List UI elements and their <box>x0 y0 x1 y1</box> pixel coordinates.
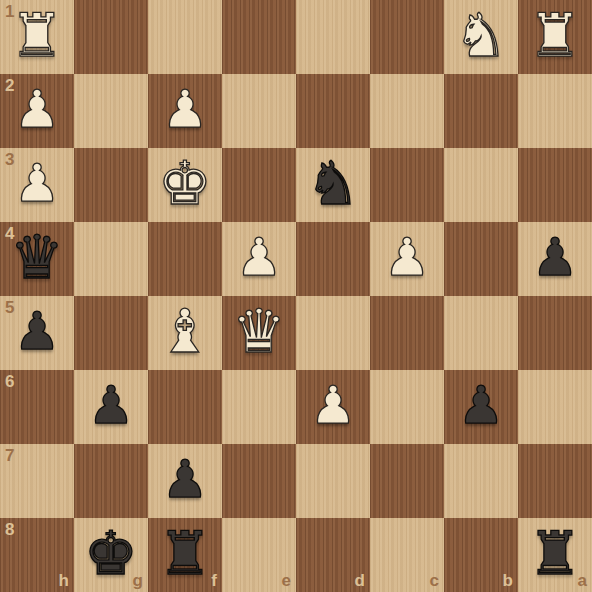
square-d4[interactable] <box>296 222 370 296</box>
square-h3[interactable]: 3♟ <box>0 148 74 222</box>
square-f6[interactable] <box>148 370 222 444</box>
square-a6[interactable] <box>518 370 592 444</box>
square-a3[interactable] <box>518 148 592 222</box>
square-b6[interactable]: ♟ <box>444 370 518 444</box>
square-d6[interactable]: ♟ <box>296 370 370 444</box>
square-h4[interactable]: 4♛ <box>0 222 74 296</box>
black-king-piece[interactable]: ♚ <box>74 518 148 592</box>
file-label-b: b <box>503 571 513 591</box>
square-f4[interactable] <box>148 222 222 296</box>
square-f8[interactable]: f♜ <box>148 518 222 592</box>
square-d1[interactable] <box>296 0 370 74</box>
square-a7[interactable] <box>518 444 592 518</box>
black-rook-piece[interactable]: ♜ <box>148 518 222 592</box>
square-f1[interactable] <box>148 0 222 74</box>
black-rook-piece[interactable]: ♜ <box>518 518 592 592</box>
square-g8[interactable]: g♚ <box>74 518 148 592</box>
square-f5[interactable]: ♝ <box>148 296 222 370</box>
black-pawn-piece[interactable]: ♟ <box>74 370 148 444</box>
white-pawn-piece[interactable]: ♟ <box>222 222 296 296</box>
white-bishop-piece[interactable]: ♝ <box>148 296 222 370</box>
square-b8[interactable]: b <box>444 518 518 592</box>
square-c4[interactable]: ♟ <box>370 222 444 296</box>
square-e1[interactable] <box>222 0 296 74</box>
square-e7[interactable] <box>222 444 296 518</box>
square-b3[interactable] <box>444 148 518 222</box>
square-f3[interactable]: ♚ <box>148 148 222 222</box>
square-e3[interactable] <box>222 148 296 222</box>
square-g1[interactable] <box>74 0 148 74</box>
square-c3[interactable] <box>370 148 444 222</box>
square-d2[interactable] <box>296 74 370 148</box>
square-a1[interactable]: ♜ <box>518 0 592 74</box>
black-pawn-piece[interactable]: ♟ <box>518 222 592 296</box>
square-b5[interactable] <box>444 296 518 370</box>
square-g3[interactable] <box>74 148 148 222</box>
square-a5[interactable] <box>518 296 592 370</box>
square-f7[interactable]: ♟ <box>148 444 222 518</box>
rank-label-8: 8 <box>5 520 14 540</box>
white-king-piece[interactable]: ♚ <box>148 148 222 222</box>
square-g6[interactable]: ♟ <box>74 370 148 444</box>
square-b2[interactable] <box>444 74 518 148</box>
square-h2[interactable]: 2♟ <box>0 74 74 148</box>
square-a2[interactable] <box>518 74 592 148</box>
black-queen-piece[interactable]: ♛ <box>0 222 74 296</box>
square-e2[interactable] <box>222 74 296 148</box>
square-c8[interactable]: c <box>370 518 444 592</box>
square-e8[interactable]: e <box>222 518 296 592</box>
square-f2[interactable]: ♟ <box>148 74 222 148</box>
square-e6[interactable] <box>222 370 296 444</box>
rank-label-6: 6 <box>5 372 14 392</box>
square-c5[interactable] <box>370 296 444 370</box>
square-h7[interactable]: 7 <box>0 444 74 518</box>
chess-board: 1♜♞♜2♟♟3♟♚♞4♛♟♟♟5♟♝♛6♟♟♟7♟8hg♚f♜edcba♜ <box>0 0 592 592</box>
square-d8[interactable]: d <box>296 518 370 592</box>
square-h8[interactable]: 8h <box>0 518 74 592</box>
square-e4[interactable]: ♟ <box>222 222 296 296</box>
white-rook-piece[interactable]: ♜ <box>518 0 592 74</box>
square-a8[interactable]: a♜ <box>518 518 592 592</box>
square-a4[interactable]: ♟ <box>518 222 592 296</box>
square-g7[interactable] <box>74 444 148 518</box>
white-pawn-piece[interactable]: ♟ <box>148 74 222 148</box>
file-label-e: e <box>282 571 291 591</box>
square-h6[interactable]: 6 <box>0 370 74 444</box>
white-pawn-piece[interactable]: ♟ <box>296 370 370 444</box>
file-label-d: d <box>355 571 365 591</box>
square-h5[interactable]: 5♟ <box>0 296 74 370</box>
file-label-h: h <box>59 571 69 591</box>
white-pawn-piece[interactable]: ♟ <box>370 222 444 296</box>
square-g5[interactable] <box>74 296 148 370</box>
black-pawn-piece[interactable]: ♟ <box>444 370 518 444</box>
square-d3[interactable]: ♞ <box>296 148 370 222</box>
square-h1[interactable]: 1♜ <box>0 0 74 74</box>
white-pawn-piece[interactable]: ♟ <box>0 74 74 148</box>
black-pawn-piece[interactable]: ♟ <box>0 296 74 370</box>
white-rook-piece[interactable]: ♜ <box>0 0 74 74</box>
black-knight-piece[interactable]: ♞ <box>296 148 370 222</box>
square-c2[interactable] <box>370 74 444 148</box>
square-d5[interactable] <box>296 296 370 370</box>
square-g4[interactable] <box>74 222 148 296</box>
white-pawn-piece[interactable]: ♟ <box>0 148 74 222</box>
square-b1[interactable]: ♞ <box>444 0 518 74</box>
file-label-c: c <box>430 571 439 591</box>
square-b4[interactable] <box>444 222 518 296</box>
square-b7[interactable] <box>444 444 518 518</box>
square-e5[interactable]: ♛ <box>222 296 296 370</box>
square-d7[interactable] <box>296 444 370 518</box>
white-knight-piece[interactable]: ♞ <box>444 0 518 74</box>
rank-label-7: 7 <box>5 446 14 466</box>
square-c1[interactable] <box>370 0 444 74</box>
square-c7[interactable] <box>370 444 444 518</box>
white-queen-piece[interactable]: ♛ <box>222 296 296 370</box>
square-c6[interactable] <box>370 370 444 444</box>
black-pawn-piece[interactable]: ♟ <box>148 444 222 518</box>
square-g2[interactable] <box>74 74 148 148</box>
